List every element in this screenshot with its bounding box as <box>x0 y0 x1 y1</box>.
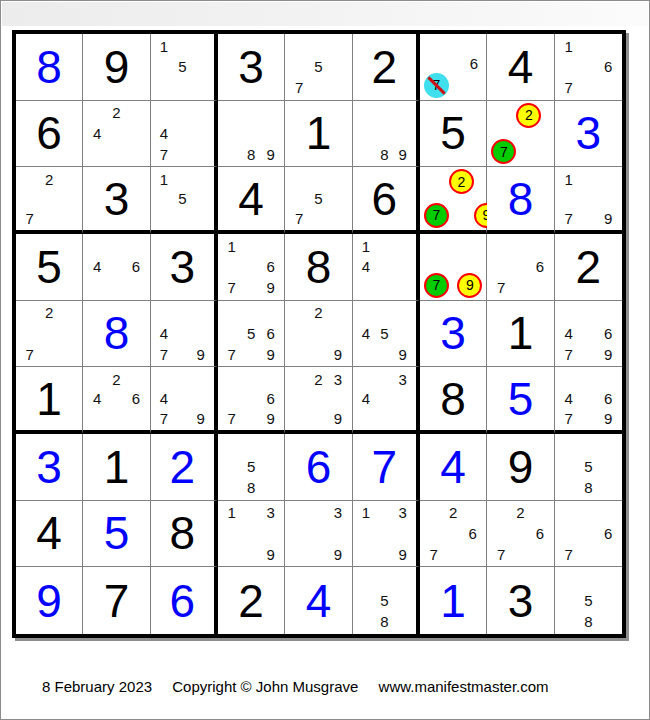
candidate-8: 8 <box>578 611 598 632</box>
empty-slot <box>155 208 173 228</box>
cell-r9c5[interactable]: 4 <box>285 567 352 634</box>
cell-r7c2[interactable]: 1 <box>83 434 150 501</box>
empty-slot <box>87 103 106 124</box>
empty-slot <box>559 303 579 324</box>
empty-slot <box>491 236 510 257</box>
empty-slot <box>289 189 308 209</box>
cell-r2c4[interactable]: 89 <box>218 101 285 168</box>
empty-slot <box>449 236 457 254</box>
empty-slot <box>241 389 260 409</box>
candidate-grid: 89 <box>222 103 280 165</box>
empty-slot <box>578 57 598 78</box>
candidate-9: 9 <box>192 408 210 428</box>
empty-slot <box>541 103 549 128</box>
cell-r6c7[interactable]: 8 <box>420 367 487 434</box>
empty-slot <box>241 277 260 298</box>
given-digit: 4 <box>218 167 284 230</box>
cell-r3c6[interactable]: 6 <box>353 167 420 234</box>
solved-digit: 4 <box>420 434 486 500</box>
candidate-7: 7 <box>289 208 308 228</box>
candidate-6: 6 <box>261 389 280 409</box>
solved-digit: 5 <box>83 501 149 567</box>
candidate-9: 9 <box>394 344 412 365</box>
cell-r1c9[interactable]: 167 <box>555 34 622 101</box>
empty-slot <box>394 123 412 144</box>
cell-r2c5[interactable]: 1 <box>285 101 352 168</box>
empty-slot <box>261 123 280 144</box>
cell-r1c5[interactable]: 57 <box>285 34 352 101</box>
cell-r1c1[interactable]: 8 <box>16 34 83 101</box>
candidate-7: 7 <box>559 77 579 98</box>
empty-slot <box>375 236 393 257</box>
given-digit: 6 <box>16 101 82 167</box>
given-digit: 9 <box>83 34 149 100</box>
cell-r4c1[interactable]: 5 <box>16 234 83 301</box>
candidate-2: 2 <box>309 303 328 324</box>
given-digit: 3 <box>218 34 284 100</box>
given-digit: 8 <box>151 501 214 567</box>
cell-r1c7[interactable]: 67 <box>420 34 487 101</box>
empty-slot <box>173 144 191 165</box>
empty-slot <box>309 523 328 544</box>
empty-slot <box>375 389 393 409</box>
cell-r2c9[interactable]: 3 <box>555 101 622 168</box>
empty-slot <box>375 257 393 278</box>
empty-slot <box>328 57 347 78</box>
cell-r4c6[interactable]: 14 <box>353 234 420 301</box>
cell-r7c3[interactable]: 2 <box>151 434 218 501</box>
candidate-grid: 4679 <box>559 369 618 428</box>
candidate-4: 4 <box>559 389 579 409</box>
empty-slot <box>375 123 393 144</box>
candidate-5: 5 <box>578 457 598 478</box>
cell-r8c3[interactable]: 8 <box>151 501 218 568</box>
cell-r2c7[interactable]: 5 <box>420 101 487 168</box>
candidate-7: 7 <box>424 273 449 298</box>
solved-digit: 8 <box>16 34 82 100</box>
cell-r4c4[interactable]: 1679 <box>218 234 285 301</box>
cell-r1c4[interactable]: 3 <box>218 34 285 101</box>
cell-r7c8[interactable]: 9 <box>487 434 554 501</box>
cell-r5c1[interactable]: 27 <box>16 301 83 368</box>
empty-slot <box>192 169 210 189</box>
empty-slot <box>357 144 375 165</box>
solved-digit: 3 <box>420 301 486 367</box>
candidate-grid: 679 <box>222 369 280 428</box>
empty-slot <box>449 194 474 203</box>
empty-slot <box>578 208 598 228</box>
candidate-5: 5 <box>578 590 598 611</box>
empty-slot <box>192 77 210 98</box>
empty-slot <box>357 369 375 389</box>
empty-slot <box>598 36 618 57</box>
cell-r9c7[interactable]: 1 <box>420 567 487 634</box>
candidate-grid: 267 <box>491 503 549 565</box>
empty-slot <box>394 389 412 409</box>
candidate-2: 2 <box>39 169 58 189</box>
empty-slot <box>375 544 393 565</box>
empty-slot <box>39 189 58 209</box>
footer-website: www.manifestmaster.com <box>379 678 549 695</box>
empty-slot <box>261 369 280 389</box>
candidate-5: 5 <box>173 57 191 78</box>
empty-slot <box>222 523 241 544</box>
cell-r6c3[interactable]: 479 <box>151 367 218 434</box>
solved-digit: 7 <box>353 434 416 500</box>
candidate-grid: 27 <box>20 303 78 365</box>
empty-slot <box>578 389 598 409</box>
candidate-7: 7 <box>491 277 510 298</box>
empty-slot <box>192 144 210 165</box>
candidate-grid: 279 <box>424 169 482 228</box>
empty-slot <box>375 569 393 590</box>
empty-slot <box>241 503 260 524</box>
empty-slot <box>394 303 412 324</box>
cell-r9c2[interactable]: 7 <box>83 567 150 634</box>
empty-slot <box>559 189 579 209</box>
empty-slot <box>173 323 191 344</box>
cell-r2c8[interactable]: 27 <box>487 101 554 168</box>
empty-slot <box>126 236 145 257</box>
empty-slot <box>20 303 39 324</box>
empty-slot <box>541 139 549 164</box>
cell-r6c6[interactable]: 34 <box>353 367 420 434</box>
empty-slot <box>241 303 260 324</box>
empty-slot <box>449 36 466 54</box>
empty-slot <box>20 169 39 189</box>
empty-slot <box>598 544 618 565</box>
candidate-1: 1 <box>559 169 579 189</box>
cell-r2c2[interactable]: 24 <box>83 101 150 168</box>
candidate-9: 9 <box>394 544 412 565</box>
cell-r7c4[interactable]: 58 <box>218 434 285 501</box>
cell-r6c8[interactable]: 5 <box>487 367 554 434</box>
empty-slot <box>261 436 280 457</box>
empty-slot <box>511 277 530 298</box>
cell-r9c6[interactable]: 58 <box>353 567 420 634</box>
empty-slot <box>192 36 210 57</box>
empty-slot <box>192 208 210 228</box>
cell-r7c5[interactable]: 6 <box>285 434 352 501</box>
cell-r1c2[interactable]: 9 <box>83 34 150 101</box>
candidate-grid: 27 <box>491 103 549 165</box>
candidate-grid: 246 <box>87 369 145 428</box>
candidate-2: 2 <box>309 369 328 389</box>
given-digit: 9 <box>487 434 553 500</box>
empty-slot <box>87 277 106 298</box>
given-digit: 4 <box>487 34 553 100</box>
empty-slot <box>424 194 449 203</box>
given-digit: 1 <box>83 434 149 500</box>
empty-slot <box>222 544 241 565</box>
cell-r6c9[interactable]: 4679 <box>555 367 622 434</box>
empty-slot <box>559 590 579 611</box>
candidate-grid: 15 <box>155 169 210 228</box>
empty-slot <box>155 103 173 124</box>
empty-slot <box>516 128 541 140</box>
empty-slot <box>87 369 106 389</box>
candidate-4: 4 <box>559 323 579 344</box>
empty-slot <box>598 590 618 611</box>
cell-r9c3[interactable]: 6 <box>151 567 218 634</box>
candidate-6: 6 <box>261 323 280 344</box>
empty-slot <box>261 103 280 124</box>
cell-r8c7[interactable]: 267 <box>420 501 487 568</box>
candidate-4: 4 <box>155 323 173 344</box>
solved-digit: 8 <box>487 167 553 230</box>
candidate-5: 5 <box>241 323 260 344</box>
cell-r9c4[interactable]: 2 <box>218 567 285 634</box>
cell-r5c7[interactable]: 3 <box>420 301 487 368</box>
empty-slot <box>449 73 466 98</box>
empty-slot <box>394 257 412 278</box>
cell-r8c4[interactable]: 139 <box>218 501 285 568</box>
cell-r8c6[interactable]: 139 <box>353 501 420 568</box>
cell-r5c8[interactable]: 1 <box>487 301 554 368</box>
candidate-9: 9 <box>394 144 412 165</box>
cell-r5c6[interactable]: 459 <box>353 301 420 368</box>
candidate-7: 7 <box>559 208 579 228</box>
empty-slot <box>20 189 39 209</box>
cell-r9c9[interactable]: 58 <box>555 567 622 634</box>
given-digit: 1 <box>285 101 351 167</box>
empty-slot <box>578 323 598 344</box>
cell-r1c3[interactable]: 15 <box>151 34 218 101</box>
candidate-7: 7 <box>491 544 510 565</box>
empty-slot <box>126 103 145 124</box>
candidate-6: 6 <box>261 257 280 278</box>
cell-r4c9[interactable]: 2 <box>555 234 622 301</box>
empty-slot <box>289 57 308 78</box>
cell-r3c7[interactable]: 279 <box>420 167 487 234</box>
candidate-grid: 34 <box>357 369 412 428</box>
cell-r4c5[interactable]: 8 <box>285 234 352 301</box>
candidate-9: 9 <box>328 344 347 365</box>
empty-slot <box>173 77 191 98</box>
cell-r5c2[interactable]: 8 <box>83 301 150 368</box>
cell-r7c9[interactable]: 58 <box>555 434 622 501</box>
empty-slot <box>598 436 618 457</box>
cell-r7c1[interactable]: 3 <box>16 434 83 501</box>
empty-slot <box>394 611 412 632</box>
candidate-4: 4 <box>155 389 173 409</box>
cell-r3c8[interactable]: 8 <box>487 167 554 234</box>
candidate-9: 9 <box>598 408 618 428</box>
candidate-1: 1 <box>222 503 241 524</box>
candidate-3: 3 <box>261 503 280 524</box>
cell-r4c2[interactable]: 46 <box>83 234 150 301</box>
empty-slot <box>289 408 308 428</box>
candidate-1: 1 <box>357 236 375 257</box>
cell-r4c7[interactable]: 79 <box>420 234 487 301</box>
empty-slot <box>598 477 618 498</box>
cell-r3c2[interactable]: 3 <box>83 167 150 234</box>
given-digit: 1 <box>16 367 82 430</box>
empty-slot <box>87 408 106 428</box>
cell-r9c1[interactable]: 9 <box>16 567 83 634</box>
candidate-5: 5 <box>309 57 328 78</box>
empty-slot <box>155 189 173 209</box>
candidate-grid: 267 <box>424 503 482 565</box>
empty-slot <box>222 144 241 165</box>
empty-slot <box>578 436 598 457</box>
empty-slot <box>241 123 260 144</box>
candidate-grid: 67 <box>559 503 618 565</box>
empty-slot <box>357 611 375 632</box>
empty-slot <box>222 389 241 409</box>
empty-slot <box>598 369 618 389</box>
candidate-7: 7 <box>155 344 173 365</box>
candidate-grid: 179 <box>559 169 618 228</box>
candidate-9: 9 <box>261 544 280 565</box>
empty-slot <box>394 569 412 590</box>
candidate-7: 7 <box>20 344 39 365</box>
empty-slot <box>394 590 412 611</box>
empty-slot <box>466 36 483 54</box>
empty-slot <box>173 369 191 389</box>
cell-r3c1[interactable]: 27 <box>16 167 83 234</box>
candidate-8: 8 <box>578 477 598 498</box>
empty-slot <box>491 128 516 140</box>
empty-slot <box>309 544 328 565</box>
empty-slot <box>309 36 328 57</box>
candidate-9: 9 <box>598 208 618 228</box>
empty-slot <box>598 457 618 478</box>
candidate-1: 1 <box>357 503 375 524</box>
cell-r7c7[interactable]: 4 <box>420 434 487 501</box>
empty-slot <box>261 303 280 324</box>
empty-slot <box>559 436 579 457</box>
candidate-2: 2 <box>39 303 58 324</box>
cell-r8c5[interactable]: 39 <box>285 501 352 568</box>
cell-r8c9[interactable]: 67 <box>555 501 622 568</box>
empty-slot <box>491 523 510 544</box>
cell-r5c3[interactable]: 479 <box>151 301 218 368</box>
empty-slot <box>126 123 145 144</box>
empty-slot <box>578 503 598 524</box>
empty-slot <box>559 477 579 498</box>
empty-slot <box>241 257 260 278</box>
cell-r6c4[interactable]: 679 <box>218 367 285 434</box>
given-digit: 7 <box>83 567 149 634</box>
cell-r2c3[interactable]: 47 <box>151 101 218 168</box>
cell-r6c1[interactable]: 1 <box>16 367 83 434</box>
candidate-2: 2 <box>511 503 530 524</box>
empty-slot <box>357 523 375 544</box>
empty-slot <box>578 169 598 189</box>
cell-r3c4[interactable]: 4 <box>218 167 285 234</box>
empty-slot <box>578 523 598 544</box>
cell-r3c5[interactable]: 57 <box>285 167 352 234</box>
cell-r4c8[interactable]: 67 <box>487 234 554 301</box>
cell-r5c9[interactable]: 4679 <box>555 301 622 368</box>
candidate-grid: 57 <box>289 169 347 228</box>
candidate-9: 9 <box>261 408 280 428</box>
empty-slot <box>328 169 347 189</box>
cell-r3c3[interactable]: 15 <box>151 167 218 234</box>
candidate-5: 5 <box>173 189 191 209</box>
empty-slot <box>449 54 466 72</box>
empty-slot <box>449 203 474 228</box>
cell-r1c8[interactable]: 4 <box>487 34 554 101</box>
cell-r8c8[interactable]: 267 <box>487 501 554 568</box>
empty-slot <box>449 254 457 272</box>
cell-r7c6[interactable]: 7 <box>353 434 420 501</box>
empty-slot <box>449 273 457 298</box>
candidate-8: 8 <box>241 477 260 498</box>
solved-digit: 4 <box>285 567 351 634</box>
candidate-8: 8 <box>375 144 393 165</box>
cell-r2c1[interactable]: 6 <box>16 101 83 168</box>
cell-r5c4[interactable]: 5679 <box>218 301 285 368</box>
cell-r3c9[interactable]: 179 <box>555 167 622 234</box>
given-digit: 3 <box>83 167 149 230</box>
candidate-2: 2 <box>107 369 126 389</box>
empty-slot <box>39 344 58 365</box>
empty-slot <box>222 457 241 478</box>
empty-slot <box>598 303 618 324</box>
candidate-6: 6 <box>126 389 145 409</box>
highlight-circle-yellow: 2 <box>516 103 541 128</box>
empty-slot <box>375 503 393 524</box>
cell-r4c3[interactable]: 3 <box>151 234 218 301</box>
candidate-grid: 57 <box>289 36 347 98</box>
empty-slot <box>516 139 541 164</box>
candidate-7: 7 <box>424 73 449 98</box>
cell-r2c6[interactable]: 89 <box>353 101 420 168</box>
cell-r9c8[interactable]: 3 <box>487 567 554 634</box>
empty-slot <box>241 436 260 457</box>
cell-r6c2[interactable]: 246 <box>83 367 150 434</box>
footer-date: 8 February 2023 <box>42 678 152 695</box>
empty-slot <box>59 189 78 209</box>
candidate-9: 9 <box>457 273 482 298</box>
candidate-grid: 139 <box>222 503 280 565</box>
candidate-grid: 479 <box>155 369 210 428</box>
solved-digit: 1 <box>420 567 486 634</box>
empty-slot <box>463 503 482 524</box>
empty-slot <box>394 103 412 124</box>
empty-slot <box>375 369 393 389</box>
empty-slot <box>328 389 347 409</box>
footer-copyright: Copyright © John Musgrave <box>172 678 358 695</box>
empty-slot <box>173 303 191 324</box>
candidate-9: 9 <box>328 408 347 428</box>
empty-slot <box>173 208 191 228</box>
empty-slot <box>309 389 328 409</box>
empty-slot <box>192 57 210 78</box>
empty-slot <box>173 344 191 365</box>
candidate-1: 1 <box>155 36 173 57</box>
empty-slot <box>578 569 598 590</box>
empty-slot <box>192 189 210 209</box>
cell-r8c1[interactable]: 4 <box>16 501 83 568</box>
candidate-grid: 29 <box>289 303 347 365</box>
empty-slot <box>394 277 412 298</box>
candidate-8: 8 <box>375 611 393 632</box>
empty-slot <box>394 408 412 428</box>
empty-slot <box>107 277 126 298</box>
given-digit: 6 <box>353 167 416 230</box>
candidate-grid: 58 <box>559 436 618 498</box>
cell-r6c5[interactable]: 239 <box>285 367 352 434</box>
cell-r1c6[interactable]: 2 <box>353 34 420 101</box>
cell-r8c2[interactable]: 5 <box>83 501 150 568</box>
empty-slot <box>463 544 482 565</box>
cell-r5c5[interactable]: 29 <box>285 301 352 368</box>
candidate-5: 5 <box>375 590 393 611</box>
empty-slot <box>357 344 375 365</box>
